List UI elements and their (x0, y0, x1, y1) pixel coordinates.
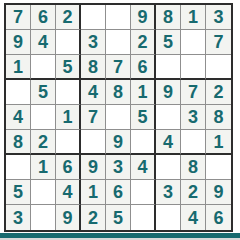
cell-r3c9[interactable] (206, 55, 231, 80)
cell-r1c5[interactable] (106, 5, 131, 30)
cell-r6c5: 9 (106, 130, 131, 155)
cell-r8c3: 4 (56, 180, 81, 205)
cell-r6c6[interactable] (131, 130, 156, 155)
cell-r4c7: 9 (156, 80, 181, 105)
cell-r7c4: 9 (81, 155, 106, 180)
cell-r5c4: 7 (81, 105, 106, 130)
sudoku-app: 7629813943257158765481972417538829411693… (0, 0, 240, 240)
cell-r7c1[interactable] (6, 155, 31, 180)
cell-r3c2[interactable] (31, 55, 56, 80)
cell-r6c9: 1 (206, 130, 231, 155)
cell-r3c6: 6 (131, 55, 156, 80)
cell-r5c3: 1 (56, 105, 81, 130)
cell-r7c6: 4 (131, 155, 156, 180)
cell-r1c2: 6 (31, 5, 56, 30)
cell-r5c6: 5 (131, 105, 156, 130)
cell-r2c8[interactable] (181, 30, 206, 55)
cell-r2c3[interactable] (56, 30, 81, 55)
cell-r5c5[interactable] (106, 105, 131, 130)
cell-r4c1[interactable] (6, 80, 31, 105)
cell-r4c3[interactable] (56, 80, 81, 105)
cell-r3c7[interactable] (156, 55, 181, 80)
cell-r8c8: 2 (181, 180, 206, 205)
cell-r9c6[interactable] (131, 205, 156, 230)
cell-r5c1: 4 (6, 105, 31, 130)
cell-r6c2: 2 (31, 130, 56, 155)
cell-r2c7: 5 (156, 30, 181, 55)
cell-r8c1: 5 (6, 180, 31, 205)
cell-r8c9: 9 (206, 180, 231, 205)
cell-r9c3: 9 (56, 205, 81, 230)
cell-r5c8: 3 (181, 105, 206, 130)
cell-r9c7[interactable] (156, 205, 181, 230)
cell-r9c4: 2 (81, 205, 106, 230)
cell-r3c4: 8 (81, 55, 106, 80)
cell-r4c6: 1 (131, 80, 156, 105)
cell-r6c3[interactable] (56, 130, 81, 155)
cell-r2c4: 3 (81, 30, 106, 55)
cell-r5c2[interactable] (31, 105, 56, 130)
cell-r1c8: 1 (181, 5, 206, 30)
cell-r2c6: 2 (131, 30, 156, 55)
cell-r7c9[interactable] (206, 155, 231, 180)
cell-r7c5: 3 (106, 155, 131, 180)
cell-r7c8: 8 (181, 155, 206, 180)
cell-r6c8[interactable] (181, 130, 206, 155)
cell-r5c9: 8 (206, 105, 231, 130)
cell-r9c5: 5 (106, 205, 131, 230)
cell-r2c1: 9 (6, 30, 31, 55)
cell-r1c6: 9 (131, 5, 156, 30)
cell-r4c8: 7 (181, 80, 206, 105)
cell-r3c8[interactable] (181, 55, 206, 80)
cell-r4c9: 2 (206, 80, 231, 105)
cell-r2c9: 7 (206, 30, 231, 55)
cell-r4c2: 5 (31, 80, 56, 105)
cell-r1c4[interactable] (81, 5, 106, 30)
cell-r6c1: 8 (6, 130, 31, 155)
cell-r9c8: 4 (181, 205, 206, 230)
cell-r5c7[interactable] (156, 105, 181, 130)
cell-r8c5: 6 (106, 180, 131, 205)
cell-r1c1: 7 (6, 5, 31, 30)
cell-r6c7: 4 (156, 130, 181, 155)
cell-r1c7: 8 (156, 5, 181, 30)
cell-r7c7[interactable] (156, 155, 181, 180)
cell-r8c7: 3 (156, 180, 181, 205)
cell-r3c3: 5 (56, 55, 81, 80)
cell-r8c6[interactable] (131, 180, 156, 205)
cell-r2c5[interactable] (106, 30, 131, 55)
cell-r4c5: 8 (106, 80, 131, 105)
cell-r8c2[interactable] (31, 180, 56, 205)
cell-r6c4[interactable] (81, 130, 106, 155)
cell-r4c4: 4 (81, 80, 106, 105)
cell-r7c2: 1 (31, 155, 56, 180)
cell-r8c4: 1 (81, 180, 106, 205)
cell-r7c3: 6 (56, 155, 81, 180)
cell-r9c1: 3 (6, 205, 31, 230)
cell-r3c1: 1 (6, 55, 31, 80)
cell-r2c2: 4 (31, 30, 56, 55)
cell-r1c3: 2 (56, 5, 81, 30)
sudoku-board: 7629813943257158765481972417538829411693… (4, 3, 233, 232)
cell-r1c9: 3 (206, 5, 231, 30)
cell-r9c9: 6 (206, 205, 231, 230)
cell-r3c5: 7 (106, 55, 131, 80)
cell-r9c2[interactable] (31, 205, 56, 230)
